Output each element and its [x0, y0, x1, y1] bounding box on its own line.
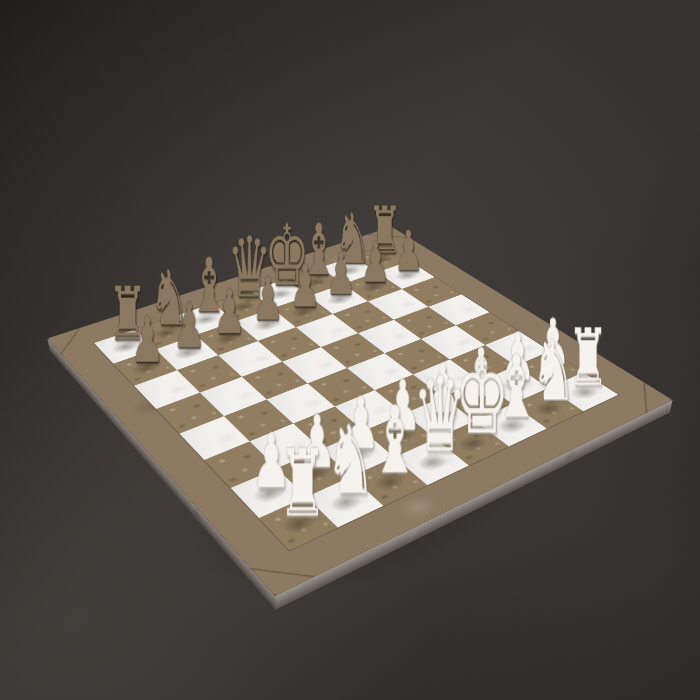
- piece-white-rook-a1: ♜: [278, 441, 325, 526]
- piece-black-pawn-c7: ♟: [211, 284, 248, 340]
- piece-white-queen-d1: ♛: [413, 369, 457, 464]
- piece-black-pawn-e7: ♟: [287, 259, 323, 313]
- piece-black-pawn-h7: ♟: [392, 225, 426, 276]
- piece-black-pawn-a7: ♟: [128, 311, 167, 369]
- piece-black-pawn-g7: ♟: [358, 236, 392, 288]
- piece-white-knight-b1: ♞: [325, 417, 371, 504]
- piece-black-pawn-f7: ♟: [323, 247, 358, 300]
- piece-black-pawn-d7: ♟: [250, 271, 286, 326]
- photo-backdrop: ♜♞♝♛♚♝♞♜♟♟♟♟♟♟♟♟♟♟♟♟♟♟♟♟♜♞♝♛♚♝♞♜: [0, 0, 700, 700]
- piece-white-bishop-c1: ♝: [370, 399, 415, 484]
- square-a1: ♜: [259, 497, 338, 551]
- piece-black-pawn-b7: ♟: [170, 297, 208, 354]
